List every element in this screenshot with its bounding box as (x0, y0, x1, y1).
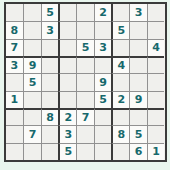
cell-r6c9[interactable] (147, 91, 165, 108)
cell-r4c9[interactable] (147, 56, 165, 73)
cell-r4c5[interactable] (76, 56, 94, 73)
cell-r6c4[interactable] (58, 91, 76, 108)
cell-r6c5[interactable] (76, 91, 94, 108)
cell-r3c1[interactable]: 7 (6, 39, 24, 56)
cell-r1c7[interactable] (111, 4, 129, 21)
cell-r3c6[interactable]: 3 (94, 39, 112, 56)
cell-r7c6[interactable] (94, 108, 112, 125)
cell-r3c9[interactable]: 4 (147, 39, 165, 56)
cell-r9c5[interactable] (76, 143, 94, 160)
cell-r4c8[interactable] (129, 56, 147, 73)
cell-r9c1[interactable] (6, 143, 24, 160)
cell-r6c6[interactable]: 5 (94, 91, 112, 108)
cell-r8c6[interactable] (94, 125, 112, 142)
cell-r7c2[interactable] (23, 108, 41, 125)
cell-r1c6[interactable]: 2 (94, 4, 112, 21)
cell-r3c3[interactable] (41, 39, 59, 56)
cell-r9c9[interactable]: 1 (147, 143, 165, 160)
cell-r2c7[interactable]: 5 (111, 21, 129, 38)
cell-r8c5[interactable] (76, 125, 94, 142)
cell-r2c4[interactable] (58, 21, 76, 38)
cell-r2c2[interactable] (23, 21, 41, 38)
cell-r1c5[interactable] (76, 4, 94, 21)
cell-r8c9[interactable] (147, 125, 165, 142)
cell-r2c3[interactable]: 3 (41, 21, 59, 38)
cell-r9c8[interactable]: 6 (129, 143, 147, 160)
cell-r4c7[interactable]: 4 (111, 56, 129, 73)
cell-r7c9[interactable] (147, 108, 165, 125)
cell-r1c2[interactable] (23, 4, 41, 21)
cell-r8c1[interactable] (6, 125, 24, 142)
cell-r2c8[interactable] (129, 21, 147, 38)
cell-r5c7[interactable] (111, 73, 129, 90)
cell-r6c7[interactable]: 2 (111, 91, 129, 108)
cell-r2c5[interactable] (76, 21, 94, 38)
cell-r6c1[interactable]: 1 (6, 91, 24, 108)
cell-r5c2[interactable]: 5 (23, 73, 41, 90)
cell-r1c8[interactable]: 3 (129, 4, 147, 21)
cell-r4c3[interactable] (41, 56, 59, 73)
cell-r4c2[interactable]: 9 (23, 56, 41, 73)
cell-r6c2[interactable] (23, 91, 41, 108)
cell-r1c4[interactable] (58, 4, 76, 21)
cell-r5c9[interactable] (147, 73, 165, 90)
cell-r2c1[interactable]: 8 (6, 21, 24, 38)
cell-r4c1[interactable]: 3 (6, 56, 24, 73)
cell-r1c1[interactable] (6, 4, 24, 21)
cell-r1c9[interactable] (147, 4, 165, 21)
cell-r2c9[interactable] (147, 21, 165, 38)
cell-r3c5[interactable]: 5 (76, 39, 94, 56)
cell-r5c1[interactable] (6, 73, 24, 90)
cell-r3c2[interactable] (23, 39, 41, 56)
cell-r7c3[interactable]: 8 (41, 108, 59, 125)
cell-r6c3[interactable] (41, 91, 59, 108)
cell-r4c6[interactable] (94, 56, 112, 73)
cell-r3c4[interactable] (58, 39, 76, 56)
cell-r6c8[interactable]: 9 (129, 91, 147, 108)
cell-r3c8[interactable] (129, 39, 147, 56)
cell-r9c6[interactable] (94, 143, 112, 160)
cell-r5c4[interactable] (58, 73, 76, 90)
cell-r8c2[interactable]: 7 (23, 125, 41, 142)
cell-r7c7[interactable] (111, 108, 129, 125)
cell-r5c6[interactable]: 9 (94, 73, 112, 90)
cell-r7c5[interactable]: 7 (76, 108, 94, 125)
cell-r2c6[interactable] (94, 21, 112, 38)
cell-r7c1[interactable] (6, 108, 24, 125)
sudoku-board: 52383575343945915298277385561 (4, 2, 167, 162)
cell-r3c7[interactable] (111, 39, 129, 56)
cell-r8c8[interactable]: 5 (129, 125, 147, 142)
cell-r9c3[interactable] (41, 143, 59, 160)
cell-r9c4[interactable]: 5 (58, 143, 76, 160)
cell-r5c8[interactable] (129, 73, 147, 90)
cell-r7c8[interactable] (129, 108, 147, 125)
cell-r8c4[interactable]: 3 (58, 125, 76, 142)
cell-r7c4[interactable]: 2 (58, 108, 76, 125)
cell-r5c3[interactable] (41, 73, 59, 90)
cell-r1c3[interactable]: 5 (41, 4, 59, 21)
cell-r8c3[interactable] (41, 125, 59, 142)
cell-r4c4[interactable] (58, 56, 76, 73)
cell-r9c7[interactable] (111, 143, 129, 160)
cell-r9c2[interactable] (23, 143, 41, 160)
cell-r5c5[interactable] (76, 73, 94, 90)
cell-r8c7[interactable]: 8 (111, 125, 129, 142)
